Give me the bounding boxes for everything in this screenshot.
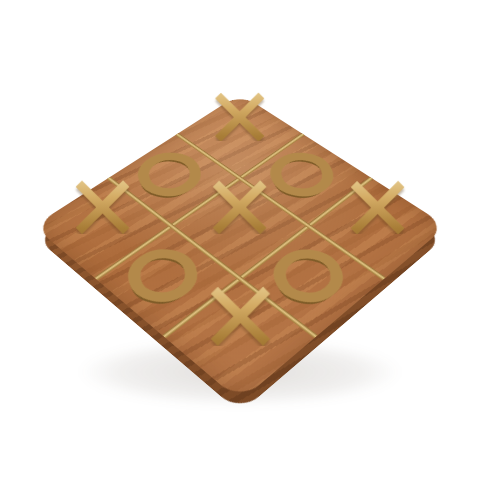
board-grid: ✕ ○ ✕ ○ ✕ ○ ✕: [34, 94, 447, 402]
x-piece: ✕: [197, 268, 282, 369]
x-piece: ✕: [64, 164, 141, 256]
product-photo: ✕ ○ ✕ ○ ✕ ○ ✕: [0, 0, 480, 480]
x-piece: ✕: [205, 77, 276, 161]
tic-tac-toe-board: ✕ ○ ✕ ○ ✕ ○ ✕: [34, 94, 447, 402]
scene: ✕ ○ ✕ ○ ✕ ○ ✕: [0, 0, 480, 480]
x-piece: ✕: [339, 164, 416, 256]
